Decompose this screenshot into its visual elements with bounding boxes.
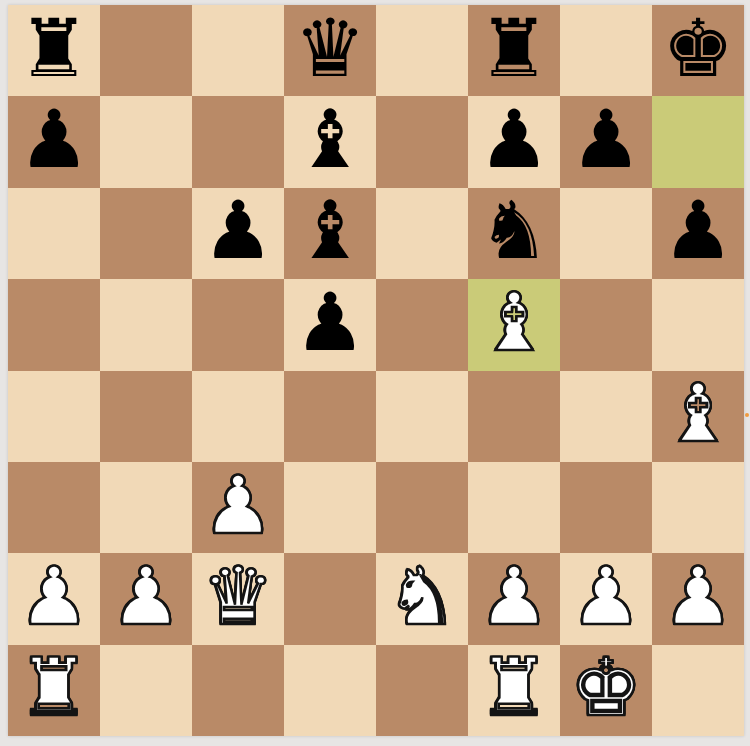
square-a5[interactable] [8,279,100,370]
piece-black-king-h8[interactable]: ♚ [662,9,734,89]
square-c4[interactable] [192,371,284,462]
square-b2[interactable]: ♟ [100,553,192,644]
square-f2[interactable]: ♟ [468,553,560,644]
piece-black-pawn-f7[interactable]: ♟ [478,100,550,180]
square-b4[interactable] [100,371,192,462]
square-e2[interactable]: ♞ [376,553,468,644]
square-b7[interactable] [100,96,192,187]
piece-white-bishop-f5[interactable]: ♝ [478,283,550,363]
square-f6[interactable]: ♞ [468,188,560,279]
square-g3[interactable] [560,462,652,553]
piece-black-rook-f8[interactable]: ♜ [478,9,550,89]
square-h1[interactable] [652,645,744,736]
square-f4[interactable] [468,371,560,462]
square-e6[interactable] [376,188,468,279]
piece-white-pawn-f2[interactable]: ♟ [478,557,550,637]
square-a7[interactable]: ♟ [8,96,100,187]
square-h3[interactable] [652,462,744,553]
square-g2[interactable]: ♟ [560,553,652,644]
square-a8[interactable]: ♜ [8,5,100,96]
square-f3[interactable] [468,462,560,553]
edge-marker-dot [745,413,749,417]
square-f8[interactable]: ♜ [468,5,560,96]
piece-black-rook-a8[interactable]: ♜ [18,9,90,89]
piece-white-king-g1[interactable]: ♚ [570,648,642,728]
square-g1[interactable]: ♚ [560,645,652,736]
square-b5[interactable] [100,279,192,370]
chess-board: ♜♛♜♚♟♝♟♟♟♝♞♟♟♝♝♟♟♟♛♞♟♟♟♜♜♚ [8,5,744,736]
square-d8[interactable]: ♛ [284,5,376,96]
piece-black-bishop-d6[interactable]: ♝ [294,191,366,271]
piece-white-queen-c2[interactable]: ♛ [202,557,274,637]
square-g4[interactable] [560,371,652,462]
square-d6[interactable]: ♝ [284,188,376,279]
square-d5[interactable]: ♟ [284,279,376,370]
piece-black-pawn-d5[interactable]: ♟ [294,283,366,363]
square-g6[interactable] [560,188,652,279]
square-c7[interactable] [192,96,284,187]
square-d4[interactable] [284,371,376,462]
piece-white-rook-f1[interactable]: ♜ [478,648,550,728]
square-f1[interactable]: ♜ [468,645,560,736]
piece-black-knight-f6[interactable]: ♞ [478,191,550,271]
square-h4[interactable]: ♝ [652,371,744,462]
square-b6[interactable] [100,188,192,279]
square-c6[interactable]: ♟ [192,188,284,279]
piece-black-pawn-c6[interactable]: ♟ [202,191,274,271]
piece-white-rook-a1[interactable]: ♜ [18,648,90,728]
square-d3[interactable] [284,462,376,553]
square-d7[interactable]: ♝ [284,96,376,187]
piece-white-pawn-c3[interactable]: ♟ [202,466,274,546]
square-h5[interactable] [652,279,744,370]
piece-black-pawn-h6[interactable]: ♟ [662,191,734,271]
square-c1[interactable] [192,645,284,736]
square-b8[interactable] [100,5,192,96]
square-b1[interactable] [100,645,192,736]
piece-black-pawn-a7[interactable]: ♟ [18,100,90,180]
square-h2[interactable]: ♟ [652,553,744,644]
square-e3[interactable] [376,462,468,553]
piece-white-pawn-b2[interactable]: ♟ [110,557,182,637]
piece-white-pawn-a2[interactable]: ♟ [18,557,90,637]
square-a3[interactable] [8,462,100,553]
piece-white-pawn-g2[interactable]: ♟ [570,557,642,637]
piece-black-queen-d8[interactable]: ♛ [294,9,366,89]
square-f5[interactable]: ♝ [468,279,560,370]
square-e1[interactable] [376,645,468,736]
square-a4[interactable] [8,371,100,462]
square-e8[interactable] [376,5,468,96]
square-g8[interactable] [560,5,652,96]
square-e5[interactable] [376,279,468,370]
square-c5[interactable] [192,279,284,370]
square-c3[interactable]: ♟ [192,462,284,553]
square-a2[interactable]: ♟ [8,553,100,644]
square-d2[interactable] [284,553,376,644]
square-b3[interactable] [100,462,192,553]
square-d1[interactable] [284,645,376,736]
square-e7[interactable] [376,96,468,187]
square-e4[interactable] [376,371,468,462]
square-f7[interactable]: ♟ [468,96,560,187]
square-h6[interactable]: ♟ [652,188,744,279]
square-g5[interactable] [560,279,652,370]
piece-white-pawn-h2[interactable]: ♟ [662,557,734,637]
piece-white-knight-e2[interactable]: ♞ [386,557,458,637]
square-g7[interactable]: ♟ [560,96,652,187]
square-a1[interactable]: ♜ [8,645,100,736]
piece-white-bishop-h4[interactable]: ♝ [662,374,734,454]
piece-black-bishop-d7[interactable]: ♝ [294,100,366,180]
square-c8[interactable] [192,5,284,96]
square-h8[interactable]: ♚ [652,5,744,96]
square-h7[interactable] [652,96,744,187]
piece-black-pawn-g7[interactable]: ♟ [570,100,642,180]
page: ♜♛♜♚♟♝♟♟♟♝♞♟♟♝♝♟♟♟♛♞♟♟♟♜♜♚ [0,0,750,746]
square-a6[interactable] [8,188,100,279]
square-c2[interactable]: ♛ [192,553,284,644]
